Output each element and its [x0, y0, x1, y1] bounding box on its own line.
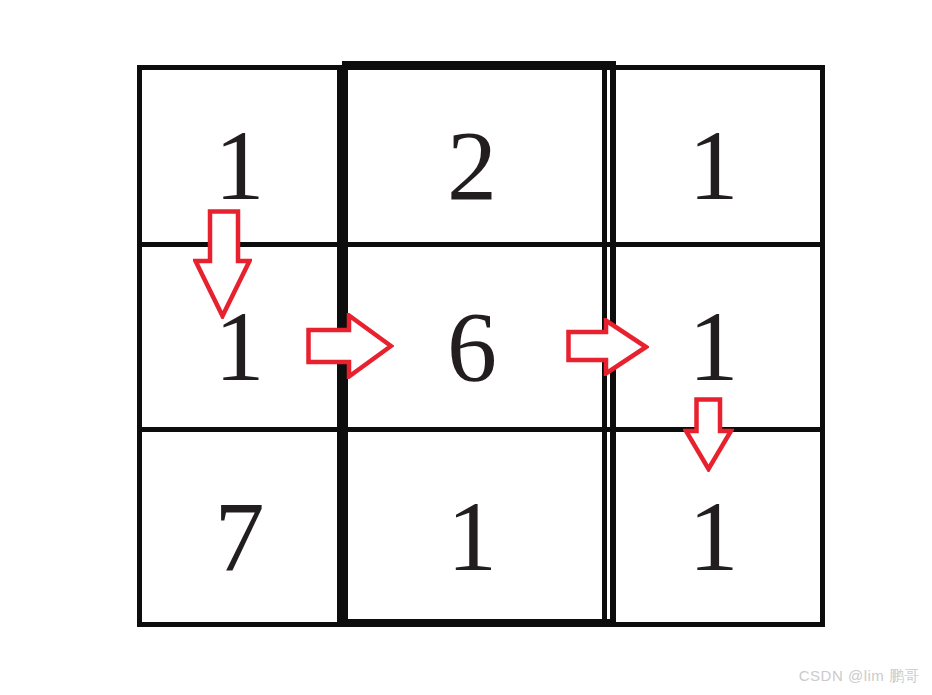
- cell-value: 1: [215, 116, 265, 216]
- grid-cell-r2c2: 6: [342, 247, 607, 432]
- cell-value: 7: [215, 487, 265, 587]
- grid-cell-r2c1: 1: [142, 247, 342, 432]
- cell-value: 1: [447, 487, 497, 587]
- puzzle-board: 1 2 1 1 6 1 7 1 1: [137, 65, 825, 627]
- grid-cell-r1c1: 1: [142, 70, 342, 247]
- cell-value: 2: [447, 116, 497, 216]
- cell-value: 1: [689, 487, 739, 587]
- grid-cell-r3c3: 1: [607, 432, 820, 622]
- cell-value: 1: [215, 297, 265, 397]
- grid-cell-r1c2: 2: [342, 70, 607, 247]
- grid-cell-r2c3: 1: [607, 247, 820, 432]
- grid-cell-r3c2: 1: [342, 432, 607, 622]
- cell-value: 1: [689, 116, 739, 216]
- grid-cell-r3c1: 7: [142, 432, 342, 622]
- csdn-watermark: CSDN @lim 鹏哥: [799, 667, 920, 686]
- cell-value: 6: [447, 297, 497, 397]
- cell-value: 1: [689, 297, 739, 397]
- grid-cell-r1c3: 1: [607, 70, 820, 247]
